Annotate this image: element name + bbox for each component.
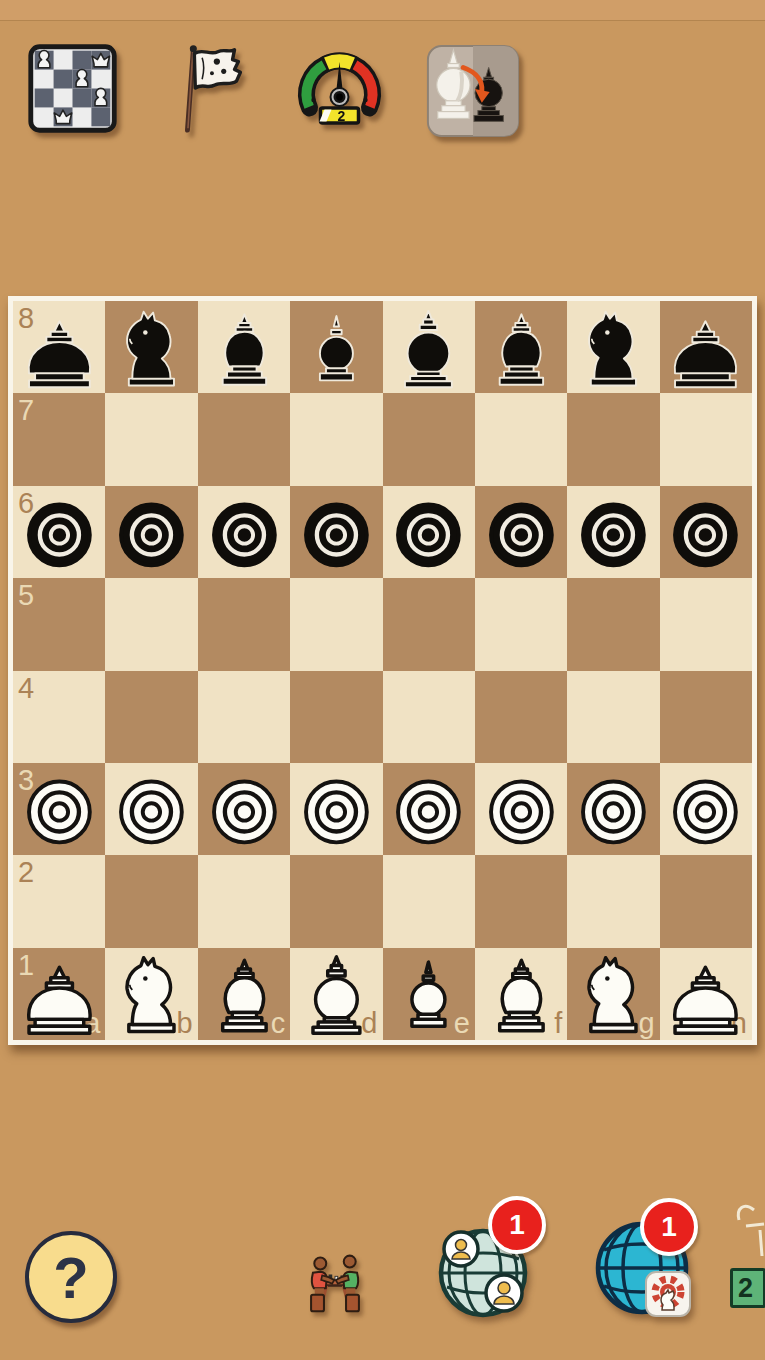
square-c2[interactable] — [198, 855, 290, 947]
square-b1[interactable]: b — [105, 948, 197, 1040]
board-frame: 8 76 — [8, 296, 757, 1045]
square-d2[interactable] — [290, 855, 382, 947]
square-e4[interactable] — [383, 671, 475, 763]
board-editor-button[interactable] — [24, 40, 121, 137]
piece-white-bia-pawn — [385, 765, 472, 854]
help-button[interactable]: ? — [25, 1231, 117, 1323]
square-e3[interactable] — [383, 763, 475, 855]
square-a2[interactable]: 2 — [13, 855, 105, 947]
square-e1[interactable]: e — [383, 948, 475, 1040]
square-c3[interactable] — [198, 763, 290, 855]
piece-white-bia-pawn — [108, 765, 195, 854]
square-d4[interactable] — [290, 671, 382, 763]
piece-black-ma-knight — [108, 303, 195, 392]
piece-black-rua-rook — [662, 303, 749, 392]
rank-label-5: 5 — [18, 581, 34, 610]
square-c8[interactable] — [198, 301, 290, 393]
square-b2[interactable] — [105, 855, 197, 947]
piece-white-khon-bishop — [201, 949, 288, 1038]
square-c4[interactable] — [198, 671, 290, 763]
piece-white-bia-pawn — [201, 765, 288, 854]
square-c1[interactable]: c — [198, 948, 290, 1040]
piece-white-bia-pawn — [478, 765, 565, 854]
square-b7[interactable] — [105, 393, 197, 485]
square-g1[interactable]: g — [567, 948, 659, 1040]
makruk-app-screen: 2 8 76 — [0, 0, 765, 1360]
square-d1[interactable]: d — [290, 948, 382, 1040]
square-f4[interactable] — [475, 671, 567, 763]
online-players-badge: 1 — [488, 1196, 546, 1254]
piece-white-ma-knight — [108, 949, 195, 1038]
local-two-player-button[interactable] — [288, 1234, 382, 1326]
piece-white-bia-pawn — [570, 765, 657, 854]
difficulty-value: 2 — [338, 108, 346, 124]
square-c7[interactable] — [198, 393, 290, 485]
square-c5[interactable] — [198, 578, 290, 670]
piece-white-rua-rook — [16, 949, 103, 1038]
difficulty-level-button[interactable]: 2 — [283, 42, 396, 142]
piece-white-bia-pawn — [662, 765, 749, 854]
piece-black-khon-bishop — [478, 303, 565, 392]
rank-label-7: 7 — [18, 396, 34, 425]
rank-label-4: 4 — [18, 674, 34, 703]
square-a8[interactable]: 8 — [13, 301, 105, 393]
square-g8[interactable] — [567, 301, 659, 393]
square-f3[interactable] — [475, 763, 567, 855]
square-g5[interactable] — [567, 578, 659, 670]
square-e2[interactable] — [383, 855, 475, 947]
two-players-table-icon — [288, 1234, 382, 1326]
square-h8[interactable] — [660, 301, 752, 393]
piece-black-bia-pawn — [201, 488, 288, 577]
piece-black-ma-knight — [570, 303, 657, 392]
square-d7[interactable] — [290, 393, 382, 485]
square-e7[interactable] — [383, 393, 475, 485]
rank-label-2: 2 — [18, 858, 34, 887]
square-b5[interactable] — [105, 578, 197, 670]
piece-black-bia-pawn — [662, 488, 749, 577]
piece-black-bia-pawn — [570, 488, 657, 577]
square-h3[interactable] — [660, 763, 752, 855]
square-d8[interactable] — [290, 301, 382, 393]
square-f1[interactable]: f — [475, 948, 567, 1040]
swap-pieces-icon — [424, 40, 522, 142]
piece-black-khon-bishop — [201, 303, 288, 392]
swap-sides-button[interactable] — [424, 40, 522, 142]
piece-white-bia-pawn — [16, 765, 103, 854]
rewards-badge: 2 — [730, 1268, 765, 1308]
piece-white-ma-knight — [570, 949, 657, 1038]
square-b4[interactable] — [105, 671, 197, 763]
square-g4[interactable] — [567, 671, 659, 763]
square-g6[interactable] — [567, 486, 659, 578]
square-g2[interactable] — [567, 855, 659, 947]
square-h4[interactable] — [660, 671, 752, 763]
square-f7[interactable] — [475, 393, 567, 485]
resign-flag-button[interactable] — [161, 36, 259, 142]
square-g7[interactable] — [567, 393, 659, 485]
square-e5[interactable] — [383, 578, 475, 670]
piece-white-khun-king — [293, 949, 380, 1038]
makruk-board: 8 76 — [13, 301, 752, 1040]
status-bar — [0, 0, 765, 21]
question-mark-icon: ? — [53, 1244, 88, 1311]
square-a3[interactable]: 3 — [13, 763, 105, 855]
speedometer-icon: 2 — [283, 42, 396, 142]
online-players-button[interactable]: 1 — [428, 1198, 560, 1336]
square-h5[interactable] — [660, 578, 752, 670]
square-h7[interactable] — [660, 393, 752, 485]
piece-black-rua-rook — [16, 303, 103, 392]
rewards-button[interactable]: 2 — [724, 1196, 765, 1326]
square-c6[interactable] — [198, 486, 290, 578]
square-a6[interactable]: 6 — [13, 486, 105, 578]
piece-white-met-queen — [385, 949, 472, 1038]
piece-black-khun-king — [385, 303, 472, 392]
square-h1[interactable]: h — [660, 948, 752, 1040]
square-d5[interactable] — [290, 578, 382, 670]
piece-black-bia-pawn — [293, 488, 380, 577]
square-a7[interactable]: 7 — [13, 393, 105, 485]
piece-white-khon-bishop — [478, 949, 565, 1038]
square-f5[interactable] — [475, 578, 567, 670]
square-e8[interactable] — [383, 301, 475, 393]
square-d6[interactable] — [290, 486, 382, 578]
piece-black-bia-pawn — [108, 488, 195, 577]
square-a4[interactable]: 4 — [13, 671, 105, 763]
square-a5[interactable]: 5 — [13, 578, 105, 670]
square-b8[interactable] — [105, 301, 197, 393]
piece-black-bia-pawn — [385, 488, 472, 577]
piece-black-met-queen — [293, 303, 380, 392]
square-h2[interactable] — [660, 855, 752, 947]
piece-white-bia-pawn — [293, 765, 380, 854]
square-h6[interactable] — [660, 486, 752, 578]
online-game-button[interactable]: 1 — [584, 1200, 712, 1336]
square-e6[interactable] — [383, 486, 475, 578]
piece-white-rua-rook — [662, 949, 749, 1038]
piece-black-bia-pawn — [16, 488, 103, 577]
online-game-badge: 1 — [640, 1198, 698, 1256]
mini-chessboard-icon — [24, 40, 121, 137]
torn-flag-icon — [161, 36, 259, 142]
square-d3[interactable] — [290, 763, 382, 855]
square-b6[interactable] — [105, 486, 197, 578]
square-f8[interactable] — [475, 301, 567, 393]
square-f2[interactable] — [475, 855, 567, 947]
square-b3[interactable] — [105, 763, 197, 855]
square-g3[interactable] — [567, 763, 659, 855]
piece-black-bia-pawn — [478, 488, 565, 577]
square-f6[interactable] — [475, 486, 567, 578]
square-a1[interactable]: 1a — [13, 948, 105, 1040]
